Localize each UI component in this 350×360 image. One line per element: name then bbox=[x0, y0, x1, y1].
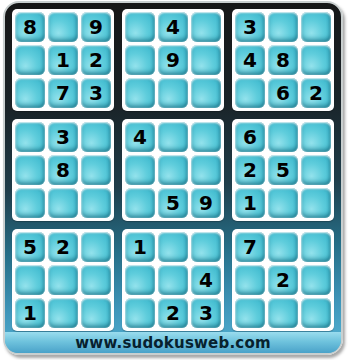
cell-r4c1[interactable] bbox=[15, 122, 45, 152]
cell-r5c1[interactable] bbox=[15, 155, 45, 185]
cell-r4c7[interactable]: 6 bbox=[235, 122, 265, 152]
cell-r1c9[interactable] bbox=[301, 12, 331, 42]
cell-r9c2[interactable] bbox=[48, 298, 78, 328]
cell-r1c2[interactable] bbox=[48, 12, 78, 42]
cell-r9c6[interactable]: 3 bbox=[191, 298, 221, 328]
cell-r2c1[interactable] bbox=[15, 45, 45, 75]
cell-r5c6[interactable] bbox=[191, 155, 221, 185]
cell-r5c4[interactable] bbox=[125, 155, 155, 185]
cell-r2c7[interactable]: 4 bbox=[235, 45, 265, 75]
cell-r4c4[interactable]: 4 bbox=[125, 122, 155, 152]
cell-r1c5[interactable]: 4 bbox=[158, 12, 188, 42]
box-2: 49 bbox=[122, 9, 224, 111]
cell-r5c8[interactable]: 5 bbox=[268, 155, 298, 185]
cell-r6c5[interactable]: 5 bbox=[158, 188, 188, 218]
cell-r8c7[interactable] bbox=[235, 265, 265, 295]
box-8: 1423 bbox=[122, 229, 224, 331]
cell-r1c4[interactable] bbox=[125, 12, 155, 42]
footer-bar: www.sudokusweb.com bbox=[5, 332, 341, 353]
cell-r2c3[interactable]: 2 bbox=[81, 45, 111, 75]
cell-r5c3[interactable] bbox=[81, 155, 111, 185]
website-link[interactable]: www.sudokusweb.com bbox=[75, 334, 270, 352]
cell-r3c4[interactable] bbox=[125, 78, 155, 108]
cell-r6c6[interactable]: 9 bbox=[191, 188, 221, 218]
cell-r4c3[interactable] bbox=[81, 122, 111, 152]
cell-r8c1[interactable] bbox=[15, 265, 45, 295]
cell-r7c6[interactable] bbox=[191, 232, 221, 262]
cell-r6c1[interactable] bbox=[15, 188, 45, 218]
cell-r6c7[interactable]: 1 bbox=[235, 188, 265, 218]
cell-r9c5[interactable]: 2 bbox=[158, 298, 188, 328]
cell-r3c2[interactable]: 7 bbox=[48, 78, 78, 108]
cell-r3c5[interactable] bbox=[158, 78, 188, 108]
cell-r5c2[interactable]: 8 bbox=[48, 155, 78, 185]
cell-r1c7[interactable]: 3 bbox=[235, 12, 265, 42]
cell-r2c9[interactable] bbox=[301, 45, 331, 75]
box-1: 891273 bbox=[12, 9, 114, 111]
cell-r4c6[interactable] bbox=[191, 122, 221, 152]
box-5: 459 bbox=[122, 119, 224, 221]
cell-r8c9[interactable] bbox=[301, 265, 331, 295]
sudoku-board: 8912734934862384596251521142372 bbox=[5, 3, 341, 331]
cell-r4c9[interactable] bbox=[301, 122, 331, 152]
cell-r7c9[interactable] bbox=[301, 232, 331, 262]
cell-r7c4[interactable]: 1 bbox=[125, 232, 155, 262]
cell-r7c3[interactable] bbox=[81, 232, 111, 262]
cell-r2c2[interactable]: 1 bbox=[48, 45, 78, 75]
cell-r3c8[interactable]: 6 bbox=[268, 78, 298, 108]
cell-r8c6[interactable]: 4 bbox=[191, 265, 221, 295]
cell-r6c8[interactable] bbox=[268, 188, 298, 218]
cell-r6c9[interactable] bbox=[301, 188, 331, 218]
cell-r8c3[interactable] bbox=[81, 265, 111, 295]
cell-r5c9[interactable] bbox=[301, 155, 331, 185]
cell-r5c5[interactable] bbox=[158, 155, 188, 185]
cell-r3c1[interactable] bbox=[15, 78, 45, 108]
cell-r1c3[interactable]: 9 bbox=[81, 12, 111, 42]
cell-r3c3[interactable]: 3 bbox=[81, 78, 111, 108]
cell-r4c2[interactable]: 3 bbox=[48, 122, 78, 152]
cell-r1c6[interactable] bbox=[191, 12, 221, 42]
cell-r4c8[interactable] bbox=[268, 122, 298, 152]
cell-r2c6[interactable] bbox=[191, 45, 221, 75]
cell-r8c2[interactable] bbox=[48, 265, 78, 295]
cell-r1c1[interactable]: 8 bbox=[15, 12, 45, 42]
cell-r5c7[interactable]: 2 bbox=[235, 155, 265, 185]
cell-r2c4[interactable] bbox=[125, 45, 155, 75]
cell-r9c8[interactable] bbox=[268, 298, 298, 328]
cell-r7c1[interactable]: 5 bbox=[15, 232, 45, 262]
cell-r6c3[interactable] bbox=[81, 188, 111, 218]
cell-r7c5[interactable] bbox=[158, 232, 188, 262]
cell-r9c1[interactable]: 1 bbox=[15, 298, 45, 328]
box-6: 6251 bbox=[232, 119, 334, 221]
box-9: 72 bbox=[232, 229, 334, 331]
cell-r6c2[interactable] bbox=[48, 188, 78, 218]
cell-r9c3[interactable] bbox=[81, 298, 111, 328]
cell-r3c6[interactable] bbox=[191, 78, 221, 108]
cell-r2c5[interactable]: 9 bbox=[158, 45, 188, 75]
cell-r9c9[interactable] bbox=[301, 298, 331, 328]
cell-r9c4[interactable] bbox=[125, 298, 155, 328]
box-4: 38 bbox=[12, 119, 114, 221]
cell-r8c8[interactable]: 2 bbox=[268, 265, 298, 295]
cell-r4c5[interactable] bbox=[158, 122, 188, 152]
cell-r7c7[interactable]: 7 bbox=[235, 232, 265, 262]
cell-r8c5[interactable] bbox=[158, 265, 188, 295]
board-frame: 8912734934862384596251521142372 www.sudo… bbox=[3, 1, 343, 355]
cell-r7c8[interactable] bbox=[268, 232, 298, 262]
cell-r3c9[interactable]: 2 bbox=[301, 78, 331, 108]
cell-r9c7[interactable] bbox=[235, 298, 265, 328]
cell-r3c7[interactable] bbox=[235, 78, 265, 108]
cell-r7c2[interactable]: 2 bbox=[48, 232, 78, 262]
box-7: 521 bbox=[12, 229, 114, 331]
cell-r8c4[interactable] bbox=[125, 265, 155, 295]
cell-r2c8[interactable]: 8 bbox=[268, 45, 298, 75]
cell-r1c8[interactable] bbox=[268, 12, 298, 42]
sudoku-widget: 8912734934862384596251521142372 www.sudo… bbox=[0, 0, 350, 360]
box-3: 34862 bbox=[232, 9, 334, 111]
cell-r6c4[interactable] bbox=[125, 188, 155, 218]
